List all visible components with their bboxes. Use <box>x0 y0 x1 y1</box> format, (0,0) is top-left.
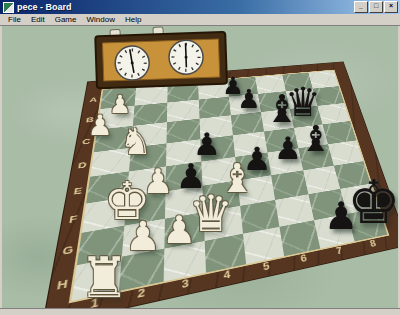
rank-label-3: 3 <box>176 276 195 292</box>
minimize-button[interactable]: _ <box>354 1 368 13</box>
application-window: ABCDEFGH12345678 ♟♟♞♟♚♟♟♛♝♜♟♟♟♟♟♟♝♛♝♟♚ <box>0 0 400 315</box>
piece-black-pawn-h7[interactable]: ♟ <box>324 197 358 235</box>
close-button[interactable]: × <box>384 1 398 13</box>
menu-item-window[interactable]: Window <box>81 15 119 24</box>
square-h5[interactable] <box>243 227 284 264</box>
rank-label-6: 6 <box>294 251 312 265</box>
piece-white-knight-d2[interactable]: ♞ <box>120 124 152 160</box>
rank-label-7: 7 <box>330 244 348 258</box>
file-label-h: H <box>50 277 74 294</box>
file-label-e: E <box>68 185 88 197</box>
menu-item-game[interactable]: Game <box>50 15 82 24</box>
window-border-left <box>0 25 2 315</box>
rank-label-4: 4 <box>217 267 236 283</box>
file-label-f: F <box>62 213 83 227</box>
file-label-a: A <box>85 96 102 104</box>
window-border-bottom <box>0 308 400 315</box>
piece-black-pawn-e6[interactable]: ♟ <box>274 133 302 164</box>
file-label-d: D <box>73 160 92 171</box>
rank-label-8: 8 <box>364 237 382 250</box>
piece-black-bishop-c6[interactable]: ♝ <box>265 90 299 128</box>
piece-black-bishop-e7[interactable]: ♝ <box>300 121 332 157</box>
menu-item-help[interactable]: Help <box>120 15 146 24</box>
piece-white-pawn-c2[interactable]: ♟ <box>87 112 112 140</box>
piece-white-pawn-g3[interactable]: ♟ <box>162 211 196 249</box>
clock-dial-left <box>115 45 150 80</box>
window-controls: _□× <box>353 1 398 13</box>
window-title: pece - Board <box>17 2 353 12</box>
file-label-g: G <box>57 243 79 258</box>
clock-dial-right <box>168 40 203 75</box>
piece-white-rook-h1[interactable]: ♜ <box>79 250 129 306</box>
title-bar[interactable]: pece - Board _□× <box>0 0 400 14</box>
app-icon <box>3 2 14 13</box>
chess-clock <box>91 22 233 93</box>
maximize-button[interactable]: □ <box>369 1 383 13</box>
piece-white-pawn-g2[interactable]: ♟ <box>125 216 161 256</box>
piece-black-pawn-b6[interactable]: ♟ <box>237 86 260 112</box>
square-h6[interactable] <box>279 220 320 256</box>
rank-label-5: 5 <box>257 259 276 274</box>
menu-bar: FileEditGameWindowHelp <box>0 14 400 26</box>
menu-item-file[interactable]: File <box>3 15 26 24</box>
menu-item-edit[interactable]: Edit <box>26 15 50 24</box>
